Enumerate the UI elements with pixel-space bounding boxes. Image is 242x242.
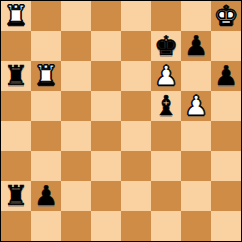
chess-board: ♜♚♚♟♜♜♟♟♝♟♜♟ [1, 1, 241, 241]
chess-board-frame: ♜♚♚♟♜♜♟♟♝♟♜♟ [0, 0, 242, 242]
square-h7[interactable] [211, 31, 241, 61]
black-pawn-piece: ♟ [214, 62, 238, 89]
square-c3[interactable] [61, 151, 91, 181]
square-a8[interactable]: ♜ [1, 1, 31, 31]
square-d4[interactable] [91, 121, 121, 151]
square-g3[interactable] [181, 151, 211, 181]
square-b5[interactable] [31, 91, 61, 121]
square-d8[interactable] [91, 1, 121, 31]
square-f3[interactable] [151, 151, 181, 181]
square-d1[interactable] [91, 211, 121, 241]
square-d5[interactable] [91, 91, 121, 121]
square-b8[interactable] [31, 1, 61, 31]
square-d7[interactable] [91, 31, 121, 61]
square-h3[interactable] [211, 151, 241, 181]
square-f5[interactable]: ♝ [151, 91, 181, 121]
square-b6[interactable]: ♜ [31, 61, 61, 91]
square-c5[interactable] [61, 91, 91, 121]
square-d6[interactable] [91, 61, 121, 91]
square-c6[interactable] [61, 61, 91, 91]
square-a6[interactable]: ♜ [1, 61, 31, 91]
square-b7[interactable] [31, 31, 61, 61]
square-g8[interactable] [181, 1, 211, 31]
square-a2[interactable]: ♜ [1, 181, 31, 211]
black-pawn-piece: ♟ [34, 182, 58, 209]
square-e7[interactable] [121, 31, 151, 61]
square-d3[interactable] [91, 151, 121, 181]
square-c7[interactable] [61, 31, 91, 61]
square-g7[interactable]: ♟ [181, 31, 211, 61]
white-pawn-piece: ♟ [184, 92, 208, 119]
square-b2[interactable]: ♟ [31, 181, 61, 211]
square-h2[interactable] [211, 181, 241, 211]
square-g2[interactable] [181, 181, 211, 211]
square-h5[interactable] [211, 91, 241, 121]
square-g5[interactable]: ♟ [181, 91, 211, 121]
square-c2[interactable] [61, 181, 91, 211]
square-a1[interactable] [1, 211, 31, 241]
square-b3[interactable] [31, 151, 61, 181]
square-a4[interactable] [1, 121, 31, 151]
square-e4[interactable] [121, 121, 151, 151]
square-e2[interactable] [121, 181, 151, 211]
square-d2[interactable] [91, 181, 121, 211]
black-rook-piece: ♜ [4, 182, 28, 209]
white-king-piece: ♚ [214, 2, 238, 29]
square-c4[interactable] [61, 121, 91, 151]
black-rook-piece: ♜ [4, 62, 28, 89]
square-g6[interactable] [181, 61, 211, 91]
square-h8[interactable]: ♚ [211, 1, 241, 31]
black-pawn-piece: ♟ [184, 32, 208, 59]
square-h1[interactable] [211, 211, 241, 241]
square-e1[interactable] [121, 211, 151, 241]
square-e3[interactable] [121, 151, 151, 181]
square-e8[interactable] [121, 1, 151, 31]
black-bishop-piece: ♝ [154, 92, 178, 119]
square-e6[interactable] [121, 61, 151, 91]
white-rook-piece: ♜ [34, 62, 58, 89]
square-c1[interactable] [61, 211, 91, 241]
square-a5[interactable] [1, 91, 31, 121]
square-h4[interactable] [211, 121, 241, 151]
square-b4[interactable] [31, 121, 61, 151]
square-f6[interactable]: ♟ [151, 61, 181, 91]
white-pawn-piece: ♟ [154, 62, 178, 89]
square-f2[interactable] [151, 181, 181, 211]
square-a3[interactable] [1, 151, 31, 181]
square-e5[interactable] [121, 91, 151, 121]
square-f7[interactable]: ♚ [151, 31, 181, 61]
white-rook-piece: ♜ [4, 2, 28, 29]
square-g1[interactable] [181, 211, 211, 241]
square-f1[interactable] [151, 211, 181, 241]
square-h6[interactable]: ♟ [211, 61, 241, 91]
black-king-piece: ♚ [154, 32, 178, 59]
square-f4[interactable] [151, 121, 181, 151]
square-a7[interactable] [1, 31, 31, 61]
square-c8[interactable] [61, 1, 91, 31]
square-g4[interactable] [181, 121, 211, 151]
square-b1[interactable] [31, 211, 61, 241]
square-f8[interactable] [151, 1, 181, 31]
